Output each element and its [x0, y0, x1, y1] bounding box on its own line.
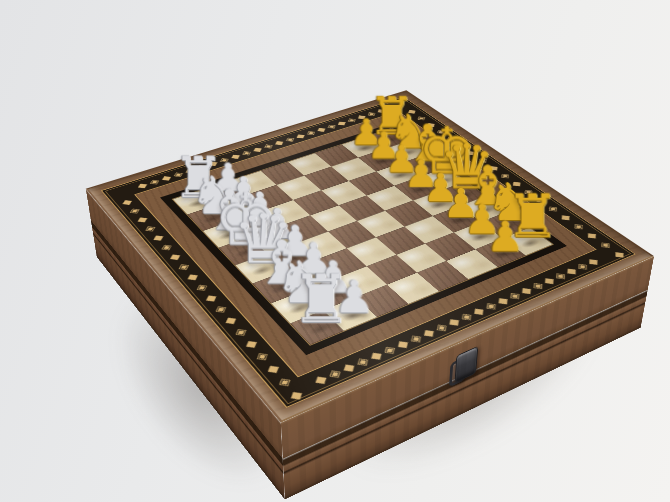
- latch: [449, 342, 479, 391]
- black-pawn: ♟: [486, 216, 524, 256]
- latch-body: [455, 346, 479, 384]
- scene: ◆◈◆◈◆◈◆◈◆◈◆◈◆◈◆◈◆◈◆◈◆◈◆ ◆◈◆◈◆◈◆◈◆◈◆◈◆◈◆◈…: [0, 0, 670, 502]
- latch-hook-icon: [449, 356, 467, 388]
- white-rook: ♜: [291, 268, 351, 331]
- chess-box: ◆◈◆◈◆◈◆◈◆◈◆◈◆◈◆◈◆◈◆◈◆◈◆ ◆◈◆◈◆◈◆◈◆◈◆◈◆◈◆◈…: [86, 90, 655, 422]
- box-lid-top: ◆◈◆◈◆◈◆◈◆◈◆◈◆◈◆◈◆◈◆◈◆◈◆ ◆◈◆◈◆◈◆◈◆◈◆◈◆◈◆◈…: [86, 90, 655, 422]
